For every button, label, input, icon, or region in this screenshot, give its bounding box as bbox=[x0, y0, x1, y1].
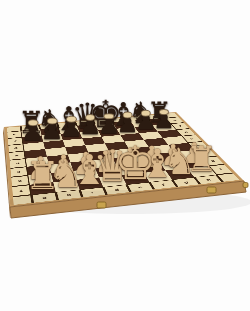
chess-board: abcdefgh8877665544332211abcdefgh bbox=[4, 112, 244, 207]
file-label-a-near: a bbox=[31, 192, 57, 203]
border-corner bbox=[13, 195, 33, 205]
brass-hinge bbox=[207, 187, 216, 193]
file-label-c-near: c bbox=[80, 187, 107, 197]
brass-clasp bbox=[97, 202, 106, 208]
brass-pin bbox=[243, 183, 248, 188]
file-label-b-near: b bbox=[56, 190, 83, 200]
chess-set-photo: abcdefgh8877665544332211abcdefgh ♜♞♝♛♚♝♞… bbox=[0, 0, 250, 311]
